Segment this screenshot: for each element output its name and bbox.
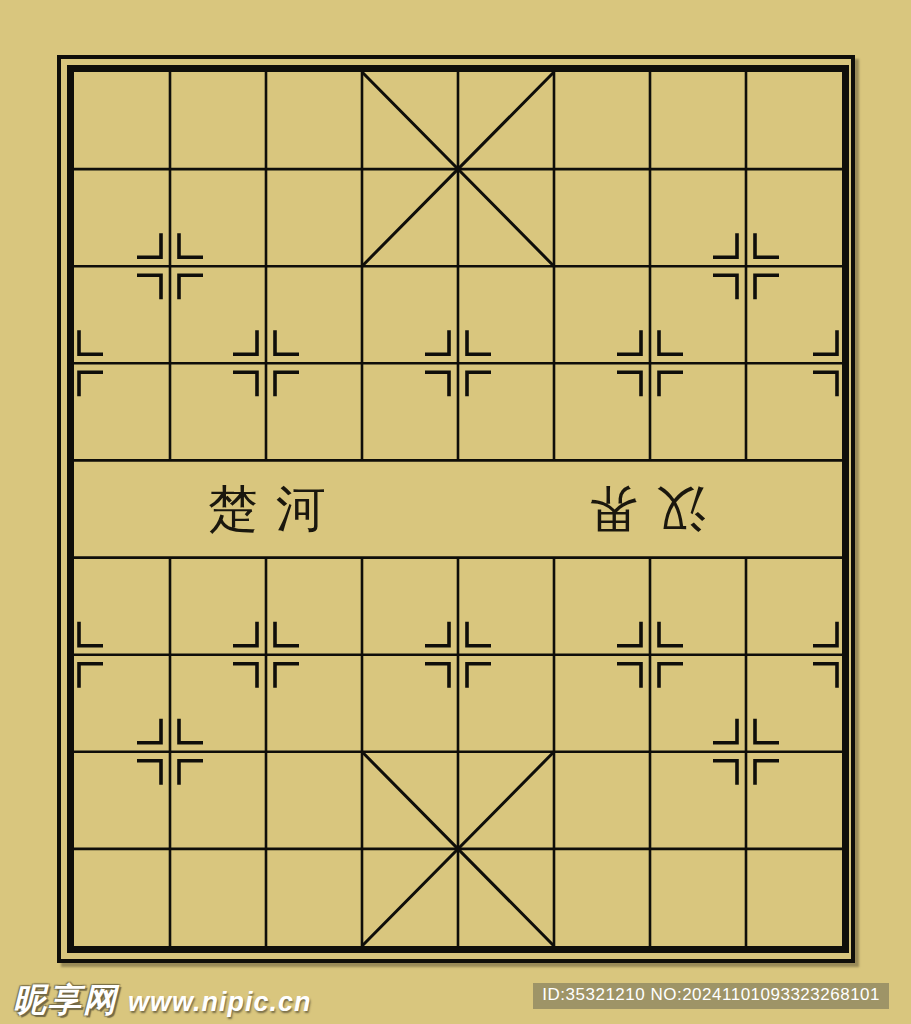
point-f9	[506, 24, 602, 121]
point-e5	[410, 412, 506, 509]
board-outer-frame: 楚河 汉界	[57, 55, 855, 963]
point-a1	[26, 800, 122, 897]
image-id-badge: ID:35321210 NO:20241101093323268101	[533, 983, 889, 1009]
point-a5	[26, 412, 122, 509]
point-i5	[794, 412, 890, 509]
point-h4	[698, 509, 794, 606]
point-g0	[602, 897, 698, 994]
point-c1	[218, 800, 314, 897]
site-url-text: www.nipic.cn	[128, 987, 312, 1018]
watermark: 昵享网 www.nipic.cn	[13, 978, 312, 1023]
point-d9	[314, 24, 410, 121]
point-e7	[410, 218, 506, 315]
point-f8	[506, 121, 602, 218]
point-g8	[602, 121, 698, 218]
point-h1	[698, 800, 794, 897]
point-i2	[794, 703, 890, 800]
point-f3	[506, 606, 602, 703]
point-d1	[314, 800, 410, 897]
point-a7	[26, 218, 122, 315]
point-h0	[698, 897, 794, 994]
site-logo-text: 昵享网	[13, 978, 118, 1023]
point-c7	[218, 218, 314, 315]
point-b5	[122, 412, 218, 509]
point-c6	[218, 315, 314, 412]
point-h6	[698, 315, 794, 412]
point-d6	[314, 315, 410, 412]
point-b9	[122, 24, 218, 121]
xiangqi-board: 楚河 汉界	[67, 65, 849, 953]
point-i7	[794, 218, 890, 315]
point-a6	[26, 315, 122, 412]
point-g3	[602, 606, 698, 703]
point-c3	[218, 606, 314, 703]
point-b2	[122, 703, 218, 800]
point-c8	[218, 121, 314, 218]
point-f0	[506, 897, 602, 994]
point-h7	[698, 218, 794, 315]
point-b7	[122, 218, 218, 315]
point-e1	[410, 800, 506, 897]
point-i4	[794, 509, 890, 606]
point-b1	[122, 800, 218, 897]
point-f2	[506, 703, 602, 800]
point-a9	[26, 24, 122, 121]
point-h3	[698, 606, 794, 703]
point-d2	[314, 703, 410, 800]
point-d0	[314, 897, 410, 994]
point-i8	[794, 121, 890, 218]
point-g2	[602, 703, 698, 800]
point-g1	[602, 800, 698, 897]
point-i1	[794, 800, 890, 897]
point-b8	[122, 121, 218, 218]
points-grid	[26, 24, 890, 995]
point-e6	[410, 315, 506, 412]
point-d8	[314, 121, 410, 218]
point-i3	[794, 606, 890, 703]
point-h8	[698, 121, 794, 218]
point-d3	[314, 606, 410, 703]
point-a2	[26, 703, 122, 800]
point-b4	[122, 509, 218, 606]
point-e4	[410, 509, 506, 606]
page-background: 楚河 汉界 昵享网 www.nipic.cn ID:35321210 NO:20…	[0, 0, 911, 1024]
point-f1	[506, 800, 602, 897]
point-h9	[698, 24, 794, 121]
point-h5	[698, 412, 794, 509]
board-playfield: 楚河 汉界	[74, 72, 842, 946]
point-g9	[602, 24, 698, 121]
point-g7	[602, 218, 698, 315]
point-a8	[26, 121, 122, 218]
point-g6	[602, 315, 698, 412]
point-d7	[314, 218, 410, 315]
point-i0	[794, 897, 890, 994]
point-e8	[410, 121, 506, 218]
point-i6	[794, 315, 890, 412]
point-e9	[410, 24, 506, 121]
point-i9	[794, 24, 890, 121]
point-a3	[26, 606, 122, 703]
point-c2	[218, 703, 314, 800]
point-c9	[218, 24, 314, 121]
point-a4	[26, 509, 122, 606]
point-e3	[410, 606, 506, 703]
point-e0	[410, 897, 506, 994]
point-f7	[506, 218, 602, 315]
point-b6	[122, 315, 218, 412]
point-h2	[698, 703, 794, 800]
river-label-chu-he: 楚河	[208, 460, 344, 558]
point-f6	[506, 315, 602, 412]
river-label-han-jie: 汉界	[576, 460, 706, 558]
point-b3	[122, 606, 218, 703]
point-e2	[410, 703, 506, 800]
